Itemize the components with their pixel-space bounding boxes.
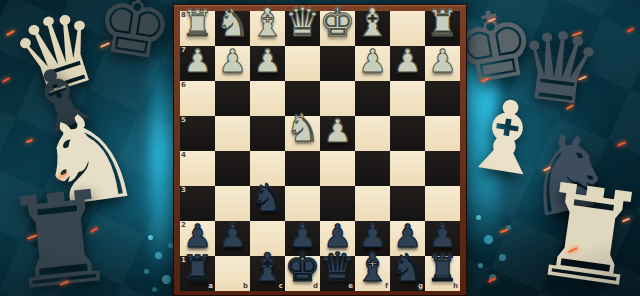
square-b3[interactable] <box>215 186 250 221</box>
piece-black-knight-c3[interactable]: ♞ <box>250 179 284 217</box>
bokeh-cluster-left <box>148 235 153 240</box>
piece-white-pawn-f7[interactable]: ♟ <box>358 45 387 77</box>
bg-queen-dark-right-icon: ♛ <box>510 15 607 121</box>
piece-white-knight-b8[interactable]: ♞ <box>215 4 249 42</box>
bg-rook-ivory-right-icon: ♜ <box>524 165 640 296</box>
piece-black-bishop-c1[interactable]: ♝ <box>250 248 285 287</box>
square-h6[interactable] <box>425 81 460 116</box>
square-h8[interactable]: ♜ <box>425 11 460 46</box>
rank-label-4: 4 <box>181 152 186 159</box>
board-frame: 8♜♞♝♛♚♝♜7♟♟♟♟♟♟65♞♟43♞2♟♟♟♟♟♟♟1a♜bc♝d♚e♛… <box>173 4 467 296</box>
square-a5[interactable]: 5 <box>180 116 215 151</box>
bg-bishop-ivory-right-icon: ♝ <box>455 82 557 193</box>
piece-black-knight-g1[interactable]: ♞ <box>390 249 424 287</box>
bg-rook-dark-left-icon: ♜ <box>0 172 123 296</box>
square-e4[interactable] <box>320 151 355 186</box>
game-screen: ♚ ♛ ♝ ♞ ♜ ♚ ♛ ♝ ♞ ♜ 8♜♞♝♛♚♝♜7♟♟♟♟♟♟65♞♟4… <box>0 0 640 296</box>
spark <box>481 77 489 82</box>
square-f4[interactable] <box>355 151 390 186</box>
spark <box>58 173 67 179</box>
square-b2[interactable]: ♟ <box>215 221 250 256</box>
square-b7[interactable]: ♟ <box>215 46 250 81</box>
square-d3[interactable] <box>285 186 320 221</box>
square-d4[interactable] <box>285 151 320 186</box>
spark <box>100 42 110 48</box>
square-a7[interactable]: 7♟ <box>180 46 215 81</box>
square-c6[interactable] <box>250 81 285 116</box>
spark <box>6 30 15 36</box>
piece-black-king-d1[interactable]: ♚ <box>285 247 321 287</box>
spark <box>617 141 626 146</box>
square-f6[interactable] <box>355 81 390 116</box>
square-h5[interactable] <box>425 116 460 151</box>
piece-white-bishop-f8[interactable]: ♝ <box>355 3 390 42</box>
square-c8[interactable]: ♝ <box>250 11 285 46</box>
rank-label-6: 6 <box>181 82 186 89</box>
square-b6[interactable] <box>215 81 250 116</box>
spark <box>27 234 37 239</box>
piece-white-queen-d8[interactable]: ♛ <box>285 2 321 42</box>
spark <box>26 139 33 143</box>
square-d1[interactable]: d♚ <box>285 256 320 291</box>
spark <box>500 229 508 234</box>
piece-white-pawn-g7[interactable]: ♟ <box>393 45 422 77</box>
file-label-b: b <box>243 283 248 290</box>
piece-black-queen-e1[interactable]: ♛ <box>320 247 356 287</box>
square-h4[interactable] <box>425 151 460 186</box>
square-d5[interactable]: ♞ <box>285 116 320 151</box>
square-g8[interactable] <box>390 11 425 46</box>
spark <box>543 166 551 171</box>
square-d8[interactable]: ♛ <box>285 11 320 46</box>
piece-white-king-e8[interactable]: ♚ <box>320 2 356 42</box>
piece-black-rook-h1[interactable]: ♜ <box>426 251 458 287</box>
bg-knight-ivory-left-icon: ♞ <box>26 93 149 227</box>
square-c7[interactable]: ♟ <box>250 46 285 81</box>
bokeh-cluster-right <box>476 215 481 220</box>
square-c3[interactable]: ♞ <box>250 186 285 221</box>
bg-king-dark-left-icon: ♚ <box>90 0 180 74</box>
square-d7[interactable] <box>285 46 320 81</box>
square-a4[interactable]: 4 <box>180 151 215 186</box>
square-e1[interactable]: e♛ <box>320 256 355 291</box>
spark <box>90 227 98 233</box>
spark <box>488 17 496 22</box>
square-b8[interactable]: ♞ <box>215 11 250 46</box>
square-b5[interactable] <box>215 116 250 151</box>
spark <box>578 75 587 80</box>
spark <box>2 77 10 83</box>
chess-board[interactable]: 8♜♞♝♛♚♝♜7♟♟♟♟♟♟65♞♟43♞2♟♟♟♟♟♟♟1a♜bc♝d♚e♛… <box>180 11 460 291</box>
piece-white-pawn-c7[interactable]: ♟ <box>253 45 282 77</box>
piece-white-pawn-e5[interactable]: ♟ <box>323 115 352 147</box>
square-f8[interactable]: ♝ <box>355 11 390 46</box>
square-e8[interactable]: ♚ <box>320 11 355 46</box>
square-c1[interactable]: c♝ <box>250 256 285 291</box>
square-h1[interactable]: h♜ <box>425 256 460 291</box>
piece-black-bishop-f1[interactable]: ♝ <box>355 248 390 287</box>
square-g4[interactable] <box>390 151 425 186</box>
square-a1[interactable]: 1a♜ <box>180 256 215 291</box>
square-f5[interactable] <box>355 116 390 151</box>
piece-white-rook-a8[interactable]: ♜ <box>181 6 213 42</box>
bg-knight-dark-right-icon: ♞ <box>510 113 623 234</box>
rank-label-5: 5 <box>181 117 186 124</box>
square-e5[interactable]: ♟ <box>320 116 355 151</box>
spark <box>572 31 582 36</box>
square-b4[interactable] <box>215 151 250 186</box>
spark <box>627 27 634 32</box>
spark <box>60 280 69 285</box>
square-a6[interactable]: 6 <box>180 81 215 116</box>
bg-bishop-dark-left-icon: ♝ <box>11 47 112 152</box>
piece-black-rook-a1[interactable]: ♜ <box>181 251 213 287</box>
bg-queen-ivory-left-icon: ♛ <box>1 0 117 115</box>
piece-white-knight-d5[interactable]: ♞ <box>285 109 319 147</box>
piece-white-rook-h8[interactable]: ♜ <box>426 6 458 42</box>
square-f7[interactable]: ♟ <box>355 46 390 81</box>
square-f3[interactable] <box>355 186 390 221</box>
square-e7[interactable] <box>320 46 355 81</box>
square-c5[interactable] <box>250 116 285 151</box>
square-e6[interactable] <box>320 81 355 116</box>
spark <box>568 247 578 253</box>
piece-white-pawn-a7[interactable]: ♟ <box>183 45 212 77</box>
spark <box>488 277 496 283</box>
square-h7[interactable]: ♟ <box>425 46 460 81</box>
square-e3[interactable] <box>320 186 355 221</box>
square-g1[interactable]: g♞ <box>390 256 425 291</box>
piece-white-pawn-b7[interactable]: ♟ <box>218 45 247 77</box>
piece-black-pawn-b2[interactable]: ♟ <box>218 220 247 252</box>
spark <box>566 104 574 110</box>
square-f1[interactable]: f♝ <box>355 256 390 291</box>
square-a8[interactable]: 8♜ <box>180 11 215 46</box>
square-g3[interactable] <box>390 186 425 221</box>
square-g7[interactable]: ♟ <box>390 46 425 81</box>
rank-label-3: 3 <box>181 187 186 194</box>
square-g6[interactable] <box>390 81 425 116</box>
square-a3[interactable]: 3 <box>180 186 215 221</box>
piece-white-bishop-c8[interactable]: ♝ <box>250 3 285 42</box>
square-g5[interactable] <box>390 116 425 151</box>
square-h3[interactable] <box>425 186 460 221</box>
spark <box>622 218 630 223</box>
square-b1[interactable]: b <box>215 256 250 291</box>
piece-white-pawn-h7[interactable]: ♟ <box>428 45 457 77</box>
